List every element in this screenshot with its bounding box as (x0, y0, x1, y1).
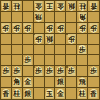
sente-piece-gold[interactable]: 金 (56, 89, 65, 99)
board-cell[interactable]: 香 (1, 1, 12, 12)
board-cell[interactable] (45, 45, 56, 56)
sente-piece-silver[interactable]: 銀 (23, 89, 32, 99)
board-cell[interactable] (55, 55, 66, 66)
board-cell[interactable]: 桂 (77, 1, 88, 12)
sente-piece-pawn[interactable]: 歩 (67, 66, 76, 76)
gote-piece-bishop[interactable]: 角 (78, 12, 87, 22)
gote-piece-silver[interactable]: 銀 (67, 1, 76, 11)
board-cell[interactable]: 金 (55, 88, 66, 99)
board-cell[interactable] (45, 77, 56, 88)
board-cell[interactable]: 歩 (66, 34, 77, 45)
gote-piece-pawn[interactable]: 歩 (12, 23, 21, 33)
board-cell[interactable]: 歩 (88, 23, 99, 34)
board-cell[interactable]: 銀 (45, 34, 56, 45)
board-cell[interactable]: 玉 (45, 88, 56, 99)
gote-piece-pawn[interactable]: 歩 (89, 23, 98, 33)
board-cell[interactable] (66, 12, 77, 23)
gote-piece-pawn[interactable]: 歩 (34, 34, 43, 44)
gote-piece-pawn[interactable]: 歩 (78, 23, 87, 33)
board-cell[interactable]: 歩 (1, 23, 12, 34)
gote-piece-knight[interactable]: 桂 (12, 1, 21, 11)
board-cell[interactable] (88, 45, 99, 56)
board-cell[interactable]: 桂 (77, 88, 88, 99)
board-cell[interactable]: 角 (77, 12, 88, 23)
board-cell[interactable] (12, 55, 23, 66)
gote-piece-gold[interactable]: 金 (34, 1, 43, 11)
board-cell[interactable]: 飛 (77, 77, 88, 88)
board-cell[interactable]: 歩 (12, 66, 23, 77)
gote-piece-king[interactable]: 王 (45, 1, 54, 11)
board-cell[interactable] (12, 45, 23, 56)
board-cell[interactable] (88, 12, 99, 23)
board-cell[interactable] (45, 55, 56, 66)
board-cell[interactable] (66, 45, 77, 56)
board-cell[interactable] (12, 34, 23, 45)
board-cell[interactable]: 歩 (77, 23, 88, 34)
board-cell[interactable] (77, 66, 88, 77)
board-cell[interactable]: 銀 (23, 88, 34, 99)
gote-piece-rook[interactable]: 飛 (34, 12, 43, 22)
gote-piece-pawn[interactable]: 歩 (23, 23, 32, 33)
gote-piece-pawn[interactable]: 歩 (1, 23, 10, 33)
board-cell[interactable]: 歩 (34, 34, 45, 45)
shogi-board-area: 香桂金王金銀桂香飛角歩歩歩歩歩歩歩歩銀歩歩歩歩歩歩歩歩歩歩角金銀飛香桂銀玉金桂香 (0, 0, 100, 100)
board-cell[interactable] (34, 45, 45, 56)
sente-piece-pawn[interactable]: 歩 (56, 66, 65, 76)
board-cell[interactable]: 歩 (1, 66, 12, 77)
sente-piece-bishop[interactable]: 角 (12, 77, 21, 87)
gote-piece-silver[interactable]: 銀 (45, 34, 54, 44)
board-cell[interactable] (1, 77, 12, 88)
board-cell[interactable]: 金 (55, 1, 66, 12)
star-point-icon (66, 66, 68, 68)
board-cell[interactable] (66, 77, 77, 88)
sente-piece-lance[interactable]: 香 (89, 89, 98, 99)
board-cell[interactable] (1, 12, 12, 23)
board-cell[interactable]: 香 (88, 88, 99, 99)
board-cell[interactable] (88, 34, 99, 45)
gote-piece-lance[interactable]: 香 (1, 1, 10, 11)
board-cell[interactable]: 角 (12, 77, 23, 88)
board-cell[interactable]: 歩 (23, 23, 34, 34)
board-cell[interactable]: 桂 (12, 1, 23, 12)
gote-piece-pawn[interactable]: 歩 (45, 23, 54, 33)
board-cell[interactable] (23, 45, 34, 56)
star-point-icon (33, 33, 35, 35)
star-point-icon (66, 33, 68, 35)
board-cell[interactable] (66, 23, 77, 34)
board-cell[interactable] (23, 66, 34, 77)
board-cell[interactable]: 金 (23, 77, 34, 88)
board-cell[interactable] (23, 1, 34, 12)
sente-piece-gold[interactable]: 金 (23, 77, 32, 87)
board-cell[interactable] (12, 12, 23, 23)
board-cell[interactable]: 飛 (34, 12, 45, 23)
board-cell[interactable] (66, 55, 77, 66)
gote-piece-gold[interactable]: 金 (56, 1, 65, 11)
board-cell[interactable] (88, 55, 99, 66)
board-cell[interactable] (34, 77, 45, 88)
board-cell[interactable]: 歩 (34, 66, 45, 77)
gote-piece-knight[interactable]: 桂 (78, 1, 87, 11)
sente-piece-pawn[interactable]: 歩 (12, 66, 21, 76)
board-cell[interactable] (45, 12, 56, 23)
gote-piece-pawn[interactable]: 歩 (56, 23, 65, 33)
board-cell[interactable]: 歩 (55, 23, 66, 34)
board-cell[interactable]: 歩 (12, 23, 23, 34)
sente-piece-pawn[interactable]: 歩 (23, 55, 32, 65)
board-cell[interactable]: 香 (88, 1, 99, 12)
sente-piece-knight[interactable]: 桂 (78, 89, 87, 99)
shogi-board[interactable]: 香桂金王金銀桂香飛角歩歩歩歩歩歩歩歩銀歩歩歩歩歩歩歩歩歩歩角金銀飛香桂銀玉金桂香 (0, 0, 100, 100)
sente-piece-pawn[interactable]: 歩 (89, 66, 98, 76)
sente-piece-pawn[interactable]: 歩 (45, 66, 54, 76)
board-cell[interactable] (23, 12, 34, 23)
board-cell[interactable]: 歩 (45, 23, 56, 34)
sente-piece-silver[interactable]: 銀 (56, 77, 65, 87)
board-cell[interactable] (55, 34, 66, 45)
board-cell[interactable] (34, 55, 45, 66)
board-cell[interactable]: 王 (45, 1, 56, 12)
board-cell[interactable] (55, 12, 66, 23)
board-cell[interactable]: 金 (34, 1, 45, 12)
star-point-icon (33, 66, 35, 68)
board-cell[interactable] (1, 55, 12, 66)
gote-piece-pawn[interactable]: 歩 (67, 34, 76, 44)
board-cell[interactable] (1, 45, 12, 56)
sente-piece-knight[interactable]: 桂 (12, 89, 21, 99)
board-cell[interactable] (1, 34, 12, 45)
sente-piece-pawn[interactable]: 歩 (1, 66, 10, 76)
board-cell[interactable] (77, 55, 88, 66)
sente-piece-king[interactable]: 玉 (45, 89, 54, 99)
board-cell[interactable] (23, 34, 34, 45)
sente-piece-pawn[interactable]: 歩 (34, 66, 43, 76)
board-cell[interactable] (34, 23, 45, 34)
board-cell[interactable]: 歩 (55, 66, 66, 77)
board-cell[interactable]: 桂 (12, 88, 23, 99)
board-cell[interactable]: 歩 (23, 55, 34, 66)
gote-piece-lance[interactable]: 香 (89, 1, 98, 11)
sente-piece-pawn[interactable]: 歩 (78, 45, 87, 55)
board-cell[interactable]: 香 (1, 88, 12, 99)
sente-piece-lance[interactable]: 香 (1, 89, 10, 99)
board-cell[interactable] (66, 88, 77, 99)
board-cell[interactable]: 歩 (77, 45, 88, 56)
board-cell[interactable]: 銀 (55, 77, 66, 88)
board-cell[interactable]: 歩 (45, 66, 56, 77)
board-cell[interactable] (77, 34, 88, 45)
sente-piece-rook[interactable]: 飛 (78, 77, 87, 87)
board-cell[interactable] (34, 88, 45, 99)
board-cell[interactable] (55, 45, 66, 56)
board-cell[interactable] (88, 77, 99, 88)
board-cell[interactable]: 歩 (66, 66, 77, 77)
board-cell[interactable]: 歩 (88, 66, 99, 77)
board-cell[interactable]: 銀 (66, 1, 77, 12)
